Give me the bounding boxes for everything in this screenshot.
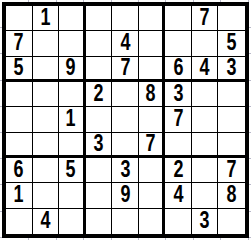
cell-r5c3: 1	[59, 107, 86, 132]
given-digit: 3	[93, 133, 103, 156]
cell-r7c7: 2	[165, 158, 192, 183]
cell-r3c7: 6	[165, 57, 192, 82]
cell-r8c5: 9	[112, 183, 139, 208]
cell-r4c6: 8	[139, 82, 166, 107]
cell-r3c8: 4	[192, 57, 219, 82]
cell-r7c6[interactable]	[139, 158, 166, 183]
given-digit: 2	[93, 82, 103, 106]
cell-r7c4[interactable]	[86, 158, 113, 183]
given-digit: 3	[200, 209, 210, 233]
given-digit: 7	[173, 107, 183, 131]
cell-r9c1[interactable]	[6, 209, 33, 234]
cell-r8c9: 8	[218, 183, 245, 208]
given-digit: 9	[66, 57, 76, 80]
cell-r6c6: 7	[139, 133, 166, 158]
cell-r2c4[interactable]	[86, 31, 113, 56]
cell-r7c1: 6	[6, 158, 33, 183]
given-digit: 4	[120, 31, 130, 55]
cell-r9c4[interactable]	[86, 209, 113, 234]
cell-r6c4: 3	[86, 133, 113, 158]
cell-r2c6[interactable]	[139, 31, 166, 56]
cell-r4c1[interactable]	[6, 82, 33, 107]
sudoku-board: 17745597643283173765327194843	[2, 2, 249, 238]
cell-r6c7[interactable]	[165, 133, 192, 158]
given-digit: 8	[227, 183, 237, 207]
given-digit: 1	[66, 107, 76, 131]
cell-r1c1[interactable]	[6, 6, 33, 31]
cell-r4c5[interactable]	[112, 82, 139, 107]
cell-r6c2[interactable]	[33, 133, 60, 158]
cell-r8c1: 1	[6, 183, 33, 208]
cell-r4c4: 2	[86, 82, 113, 107]
cell-r8c3[interactable]	[59, 183, 86, 208]
cell-r1c5[interactable]	[112, 6, 139, 31]
cell-r6c3[interactable]	[59, 133, 86, 158]
cell-r2c8[interactable]	[192, 31, 219, 56]
cell-r2c2[interactable]	[33, 31, 60, 56]
cell-r6c8[interactable]	[192, 133, 219, 158]
cell-r5c2[interactable]	[33, 107, 60, 132]
cell-r3c5: 7	[112, 57, 139, 82]
given-digit: 7	[200, 6, 210, 30]
cell-r3c3: 9	[59, 57, 86, 82]
cell-r4c8[interactable]	[192, 82, 219, 107]
cell-r2c5: 4	[112, 31, 139, 56]
cell-r1c6[interactable]	[139, 6, 166, 31]
cell-r6c9[interactable]	[218, 133, 245, 158]
cell-r3c2[interactable]	[33, 57, 60, 82]
cell-r7c5: 3	[112, 158, 139, 183]
cell-r1c9[interactable]	[218, 6, 245, 31]
cell-r1c4[interactable]	[86, 6, 113, 31]
cell-r6c5[interactable]	[112, 133, 139, 158]
given-digit: 2	[173, 158, 183, 182]
given-digit: 7	[146, 133, 156, 156]
given-digit: 5	[227, 31, 237, 55]
cell-r5c9[interactable]	[218, 107, 245, 132]
cell-r5c8[interactable]	[192, 107, 219, 132]
cell-r3c1: 5	[6, 57, 33, 82]
given-digit: 1	[14, 183, 24, 207]
given-digit: 4	[200, 57, 210, 80]
cell-r2c3[interactable]	[59, 31, 86, 56]
given-digit: 9	[120, 183, 130, 207]
given-digit: 7	[14, 31, 24, 55]
given-digit: 3	[227, 57, 237, 80]
cell-r1c8: 7	[192, 6, 219, 31]
cell-r4c9[interactable]	[218, 82, 245, 107]
cell-r1c3[interactable]	[59, 6, 86, 31]
cell-r9c6[interactable]	[139, 209, 166, 234]
cell-r7c9: 7	[218, 158, 245, 183]
cell-r3c6[interactable]	[139, 57, 166, 82]
given-digit: 7	[227, 158, 237, 182]
cell-r2c9: 5	[218, 31, 245, 56]
given-digit: 8	[146, 82, 156, 106]
cell-r7c8[interactable]	[192, 158, 219, 183]
given-digit: 6	[173, 57, 183, 80]
cell-r5c5[interactable]	[112, 107, 139, 132]
cell-r7c2[interactable]	[33, 158, 60, 183]
cell-r9c9[interactable]	[218, 209, 245, 234]
cell-r8c2[interactable]	[33, 183, 60, 208]
cell-r1c2: 1	[33, 6, 60, 31]
given-digit: 4	[173, 183, 183, 207]
cell-r7c3: 5	[59, 158, 86, 183]
cell-r9c7[interactable]	[165, 209, 192, 234]
given-digit: 4	[40, 209, 50, 233]
cell-r4c2[interactable]	[33, 82, 60, 107]
cell-r4c3[interactable]	[59, 82, 86, 107]
cell-r5c7: 7	[165, 107, 192, 132]
given-digit: 3	[173, 82, 183, 106]
cell-r9c2: 4	[33, 209, 60, 234]
cell-r8c4[interactable]	[86, 183, 113, 208]
cell-r2c7[interactable]	[165, 31, 192, 56]
cell-r9c8: 3	[192, 209, 219, 234]
cell-r8c6[interactable]	[139, 183, 166, 208]
cell-r8c7: 4	[165, 183, 192, 208]
margin-gridline-ticks-right	[249, 2, 251, 238]
cell-r5c6[interactable]	[139, 107, 166, 132]
cell-r5c1[interactable]	[6, 107, 33, 132]
cell-r2c1: 7	[6, 31, 33, 56]
cell-r9c3[interactable]	[59, 209, 86, 234]
cell-r4c7: 3	[165, 82, 192, 107]
given-digit: 3	[120, 158, 130, 182]
given-digit: 5	[14, 57, 24, 80]
cell-r1c7[interactable]	[165, 6, 192, 31]
sudoku-screenshot: 17745597643283173765327194843	[0, 0, 251, 240]
cell-r5c4[interactable]	[86, 107, 113, 132]
cell-r8c8[interactable]	[192, 183, 219, 208]
cell-r6c1[interactable]	[6, 133, 33, 158]
given-digit: 7	[120, 57, 130, 80]
cell-r9c5[interactable]	[112, 209, 139, 234]
given-digit: 6	[14, 158, 24, 182]
given-digit: 5	[66, 158, 76, 182]
cell-r3c4[interactable]	[86, 57, 113, 82]
cell-r3c9: 3	[218, 57, 245, 82]
given-digit: 1	[40, 6, 50, 30]
